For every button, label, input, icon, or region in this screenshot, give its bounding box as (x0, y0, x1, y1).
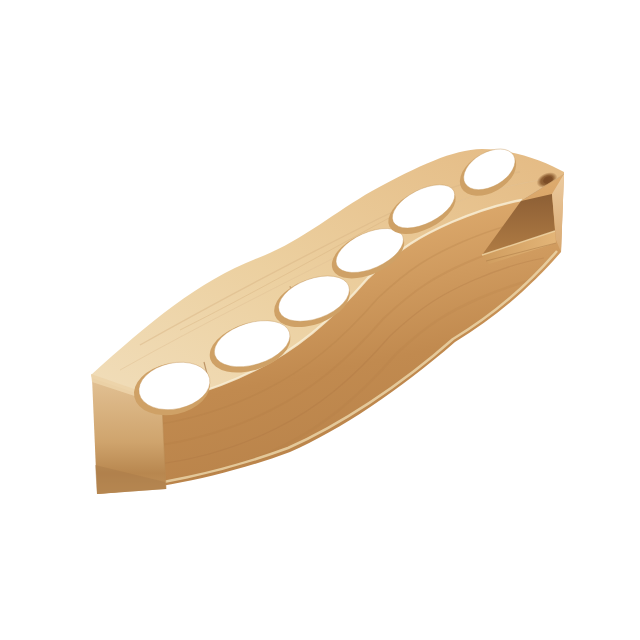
product-photo-stage (0, 0, 640, 640)
bamboo-rack-photo (0, 0, 640, 640)
